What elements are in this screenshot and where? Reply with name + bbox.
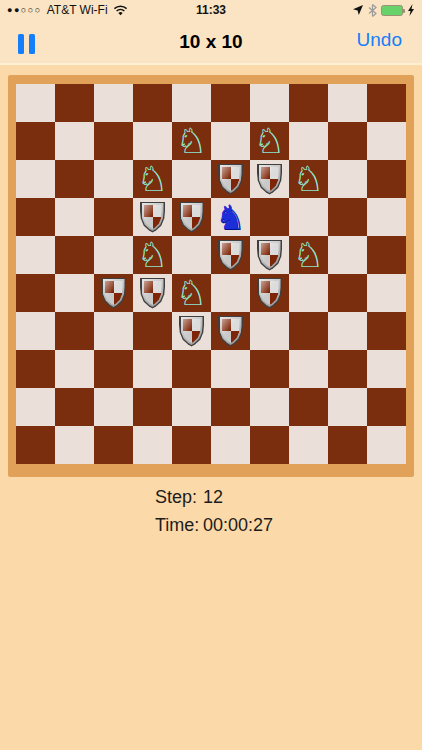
knight-move-hint-icon[interactable]: ♘ [137, 162, 168, 197]
square-r7c2[interactable] [94, 350, 133, 388]
square-r9c2[interactable] [94, 426, 133, 464]
square-r1c2[interactable] [94, 122, 133, 160]
current-knight-icon[interactable]: ♞ [215, 200, 245, 234]
square-r1c4[interactable]: ♘ [172, 122, 211, 160]
visited-shield-icon [257, 164, 282, 195]
square-r3c1[interactable] [55, 198, 94, 236]
bluetooth-icon [368, 4, 377, 17]
square-r4c9[interactable] [367, 236, 406, 274]
square-r5c4[interactable]: ♘ [172, 274, 211, 312]
square-r8c5[interactable] [211, 388, 250, 426]
undo-button[interactable]: Undo [357, 29, 402, 51]
square-r7c6[interactable] [250, 350, 289, 388]
board-frame: ♘♘♘♘♞♘♘♘ [8, 75, 414, 477]
square-r4c1[interactable] [55, 236, 94, 274]
square-r4c7[interactable]: ♘ [289, 236, 328, 274]
square-r3c4[interactable] [172, 198, 211, 236]
square-r7c5[interactable] [211, 350, 250, 388]
square-r1c7[interactable] [289, 122, 328, 160]
square-r5c5[interactable] [211, 274, 250, 312]
square-r8c8[interactable] [328, 388, 367, 426]
visited-shield-icon [179, 316, 204, 347]
square-r5c9[interactable] [367, 274, 406, 312]
square-r2c1[interactable] [55, 160, 94, 198]
square-r4c4[interactable] [172, 236, 211, 274]
square-r9c4[interactable] [172, 426, 211, 464]
visited-shield-icon [140, 278, 165, 309]
square-r3c8[interactable] [328, 198, 367, 236]
square-r2c8[interactable] [328, 160, 367, 198]
square-r3c9[interactable] [367, 198, 406, 236]
square-r0c3[interactable] [133, 84, 172, 122]
step-row: Step: 12 [155, 487, 273, 515]
square-r4c3[interactable]: ♘ [133, 236, 172, 274]
visited-shield-icon [257, 240, 282, 271]
knight-move-hint-icon[interactable]: ♘ [176, 124, 207, 159]
nav-bar: 10 x 10 Undo [0, 20, 422, 65]
square-r7c3[interactable] [133, 350, 172, 388]
square-r2c3[interactable]: ♘ [133, 160, 172, 198]
square-r9c8[interactable] [328, 426, 367, 464]
charging-bolt-icon [407, 4, 415, 16]
step-value: 12 [203, 487, 223, 508]
square-r7c9[interactable] [367, 350, 406, 388]
square-r9c5[interactable] [211, 426, 250, 464]
square-r2c7[interactable]: ♘ [289, 160, 328, 198]
square-r0c5[interactable] [211, 84, 250, 122]
square-r3c3[interactable] [133, 198, 172, 236]
square-r6c0[interactable] [16, 312, 55, 350]
knight-move-hint-icon[interactable]: ♘ [176, 276, 207, 311]
status-bar: ●●○○○ AT&T Wi-Fi 11:33 [0, 0, 422, 20]
square-r6c8[interactable] [328, 312, 367, 350]
square-r9c1[interactable] [55, 426, 94, 464]
time-row: Time: 00:00:27 [155, 515, 273, 543]
square-r5c8[interactable] [328, 274, 367, 312]
square-r1c9[interactable] [367, 122, 406, 160]
square-r9c9[interactable] [367, 426, 406, 464]
square-r6c3[interactable] [133, 312, 172, 350]
knight-move-hint-icon[interactable]: ♘ [293, 162, 324, 197]
square-r1c5[interactable] [211, 122, 250, 160]
square-r4c0[interactable] [16, 236, 55, 274]
step-label: Step: [155, 487, 203, 508]
square-r8c3[interactable] [133, 388, 172, 426]
square-r3c2[interactable] [94, 198, 133, 236]
square-r7c7[interactable] [289, 350, 328, 388]
app-screen: ●●○○○ AT&T Wi-Fi 11:33 [0, 0, 422, 750]
location-arrow-icon [352, 4, 364, 16]
square-r9c6[interactable] [250, 426, 289, 464]
game-board: ♘♘♘♘♞♘♘♘ [16, 84, 406, 464]
square-r0c2[interactable] [94, 84, 133, 122]
square-r5c2[interactable] [94, 274, 133, 312]
square-r8c0[interactable] [16, 388, 55, 426]
square-r3c7[interactable] [289, 198, 328, 236]
square-r8c4[interactable] [172, 388, 211, 426]
square-r9c3[interactable] [133, 426, 172, 464]
square-r2c0[interactable] [16, 160, 55, 198]
visited-shield-icon [140, 202, 165, 233]
square-r0c0[interactable] [16, 84, 55, 122]
knight-move-hint-icon[interactable]: ♘ [293, 238, 324, 273]
square-r9c0[interactable] [16, 426, 55, 464]
square-r0c1[interactable] [55, 84, 94, 122]
square-r5c0[interactable] [16, 274, 55, 312]
visited-shield-icon [257, 278, 282, 309]
visited-shield-icon [218, 316, 243, 347]
square-r5c1[interactable] [55, 274, 94, 312]
knight-move-hint-icon[interactable]: ♘ [137, 238, 168, 273]
square-r8c6[interactable] [250, 388, 289, 426]
square-r8c9[interactable] [367, 388, 406, 426]
square-r4c2[interactable] [94, 236, 133, 274]
square-r5c7[interactable] [289, 274, 328, 312]
square-r0c6[interactable] [250, 84, 289, 122]
square-r8c7[interactable] [289, 388, 328, 426]
square-r1c1[interactable] [55, 122, 94, 160]
square-r0c7[interactable] [289, 84, 328, 122]
square-r1c8[interactable] [328, 122, 367, 160]
square-r2c9[interactable] [367, 160, 406, 198]
square-r8c2[interactable] [94, 388, 133, 426]
battery-icon [381, 5, 403, 16]
square-r8c1[interactable] [55, 388, 94, 426]
square-r6c4[interactable] [172, 312, 211, 350]
knight-move-hint-icon[interactable]: ♘ [254, 124, 285, 159]
visited-shield-icon [179, 202, 204, 233]
square-r5c3[interactable] [133, 274, 172, 312]
stats-panel: Step: 12 Time: 00:00:27 [155, 487, 273, 543]
square-r4c5[interactable] [211, 236, 250, 274]
square-r7c1[interactable] [55, 350, 94, 388]
square-r6c7[interactable] [289, 312, 328, 350]
square-r5c6[interactable] [250, 274, 289, 312]
wifi-icon [113, 5, 128, 16]
square-r1c3[interactable] [133, 122, 172, 160]
square-r0c9[interactable] [367, 84, 406, 122]
visited-shield-icon [218, 164, 243, 195]
square-r3c6[interactable] [250, 198, 289, 236]
square-r6c9[interactable] [367, 312, 406, 350]
square-r7c0[interactable] [16, 350, 55, 388]
square-r6c2[interactable] [94, 312, 133, 350]
square-r7c8[interactable] [328, 350, 367, 388]
square-r1c6[interactable]: ♘ [250, 122, 289, 160]
signal-strength-icon: ●●○○○ [7, 5, 42, 15]
square-r6c5[interactable] [211, 312, 250, 350]
square-r6c1[interactable] [55, 312, 94, 350]
time-label: Time: [155, 515, 203, 536]
status-right [352, 4, 415, 17]
square-r9c7[interactable] [289, 426, 328, 464]
square-r3c0[interactable] [16, 198, 55, 236]
square-r0c8[interactable] [328, 84, 367, 122]
square-r4c6[interactable] [250, 236, 289, 274]
square-r6c6[interactable] [250, 312, 289, 350]
square-r3c5[interactable]: ♞ [211, 198, 250, 236]
square-r2c6[interactable] [250, 160, 289, 198]
square-r2c2[interactable] [94, 160, 133, 198]
visited-shield-icon [218, 240, 243, 271]
carrier-label: AT&T Wi-Fi [47, 3, 108, 17]
square-r7c4[interactable] [172, 350, 211, 388]
square-r2c4[interactable] [172, 160, 211, 198]
status-left: ●●○○○ AT&T Wi-Fi [7, 3, 128, 17]
square-r1c0[interactable] [16, 122, 55, 160]
time-value: 00:00:27 [203, 515, 273, 536]
square-r4c8[interactable] [328, 236, 367, 274]
square-r2c5[interactable] [211, 160, 250, 198]
visited-shield-icon [101, 278, 126, 309]
square-r0c4[interactable] [172, 84, 211, 122]
